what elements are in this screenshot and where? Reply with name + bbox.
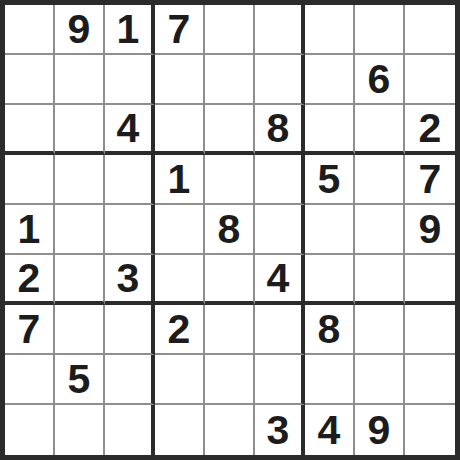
cell-r2c8[interactable]: 6 <box>355 55 405 105</box>
cell-r9c1[interactable] <box>5 405 55 455</box>
cell-r2c3[interactable] <box>105 55 155 105</box>
cell-r3c3[interactable]: 4 <box>105 105 155 155</box>
cell-r5c3[interactable] <box>105 205 155 255</box>
cell-r6c6[interactable]: 4 <box>255 255 305 305</box>
cell-r9c3[interactable] <box>105 405 155 455</box>
cell-r5c8[interactable] <box>355 205 405 255</box>
given-digit: 1 <box>168 159 191 200</box>
cell-r6c4[interactable] <box>155 255 205 305</box>
cell-r2c2[interactable] <box>55 55 105 105</box>
cell-r7c4[interactable]: 2 <box>155 305 205 355</box>
cell-r1c5[interactable] <box>205 5 255 55</box>
cell-r8c4[interactable] <box>155 355 205 405</box>
cell-r9c2[interactable] <box>55 405 105 455</box>
cell-r1c2[interactable]: 9 <box>55 5 105 55</box>
given-digit: 1 <box>18 209 41 250</box>
cell-r8c2[interactable]: 5 <box>55 355 105 405</box>
cell-r6c5[interactable] <box>205 255 255 305</box>
cell-r5c9[interactable]: 9 <box>405 205 455 255</box>
cell-r6c8[interactable] <box>355 255 405 305</box>
given-digit: 2 <box>168 309 191 350</box>
cell-r2c6[interactable] <box>255 55 305 105</box>
cell-r6c2[interactable] <box>55 255 105 305</box>
sudoku-board: 91764821571892347285349 <box>0 0 460 460</box>
cell-r4c6[interactable] <box>255 155 305 205</box>
cell-r8c6[interactable] <box>255 355 305 405</box>
cell-r3c7[interactable] <box>305 105 355 155</box>
given-digit: 2 <box>419 108 442 149</box>
cell-r4c8[interactable] <box>355 155 405 205</box>
cell-r7c9[interactable] <box>405 305 455 355</box>
cell-r7c3[interactable] <box>105 305 155 355</box>
given-digit: 7 <box>18 309 41 350</box>
given-digit: 5 <box>318 159 341 200</box>
given-digit: 5 <box>68 359 91 400</box>
cell-r3c8[interactable] <box>355 105 405 155</box>
given-digit: 9 <box>419 209 442 250</box>
given-digit: 6 <box>368 59 391 100</box>
given-digit: 8 <box>267 108 290 149</box>
cell-r1c6[interactable] <box>255 5 305 55</box>
given-digit: 8 <box>218 209 241 250</box>
cell-r5c4[interactable] <box>155 205 205 255</box>
cell-r7c5[interactable] <box>205 305 255 355</box>
cell-r6c1[interactable]: 2 <box>5 255 55 305</box>
given-digit: 2 <box>18 258 41 299</box>
cell-r6c3[interactable]: 3 <box>105 255 155 305</box>
given-digit: 7 <box>168 9 191 50</box>
cell-r8c3[interactable] <box>105 355 155 405</box>
cell-r4c9[interactable]: 7 <box>405 155 455 205</box>
cell-r7c8[interactable] <box>355 305 405 355</box>
given-digit: 4 <box>267 258 290 299</box>
cell-r4c2[interactable] <box>55 155 105 205</box>
cell-r1c3[interactable]: 1 <box>105 5 155 55</box>
given-digit: 8 <box>318 309 341 350</box>
cell-r1c1[interactable] <box>5 5 55 55</box>
cell-r9c8[interactable]: 9 <box>355 405 405 455</box>
cell-r2c9[interactable] <box>405 55 455 105</box>
cell-r9c6[interactable]: 3 <box>255 405 305 455</box>
cell-r3c2[interactable] <box>55 105 105 155</box>
given-digit: 7 <box>419 159 442 200</box>
cell-r2c7[interactable] <box>305 55 355 105</box>
given-digit: 1 <box>117 9 140 50</box>
given-digit: 3 <box>267 410 290 451</box>
cell-r6c9[interactable] <box>405 255 455 305</box>
cell-r5c7[interactable] <box>305 205 355 255</box>
cell-r6c7[interactable] <box>305 255 355 305</box>
given-digit: 9 <box>68 9 91 50</box>
cell-r1c7[interactable] <box>305 5 355 55</box>
cell-r7c1[interactable]: 7 <box>5 305 55 355</box>
cell-r3c6[interactable]: 8 <box>255 105 305 155</box>
cell-r3c9[interactable]: 2 <box>405 105 455 155</box>
given-digit: 4 <box>318 410 341 451</box>
cell-r4c5[interactable] <box>205 155 255 205</box>
cell-r9c4[interactable] <box>155 405 205 455</box>
cell-r4c1[interactable] <box>5 155 55 205</box>
cell-r4c4[interactable]: 1 <box>155 155 205 205</box>
given-digit: 3 <box>117 258 140 299</box>
given-digit: 9 <box>368 410 391 451</box>
cell-r7c6[interactable] <box>255 305 305 355</box>
cell-r1c8[interactable] <box>355 5 405 55</box>
cell-r5c5[interactable]: 8 <box>205 205 255 255</box>
cell-r7c2[interactable] <box>55 305 105 355</box>
cell-r5c6[interactable] <box>255 205 305 255</box>
cell-r2c1[interactable] <box>5 55 55 105</box>
cell-r8c9[interactable] <box>405 355 455 405</box>
cell-r2c5[interactable] <box>205 55 255 105</box>
cell-r4c3[interactable] <box>105 155 155 205</box>
cell-r5c2[interactable] <box>55 205 105 255</box>
cell-r9c9[interactable] <box>405 405 455 455</box>
cell-r3c4[interactable] <box>155 105 205 155</box>
cell-r1c4[interactable]: 7 <box>155 5 205 55</box>
cell-r9c7[interactable]: 4 <box>305 405 355 455</box>
given-digit: 4 <box>117 108 140 149</box>
cell-r8c8[interactable] <box>355 355 405 405</box>
cell-r7c7[interactable]: 8 <box>305 305 355 355</box>
cell-r3c1[interactable] <box>5 105 55 155</box>
cell-r5c1[interactable]: 1 <box>5 205 55 255</box>
cell-r8c1[interactable] <box>5 355 55 405</box>
cell-r8c7[interactable] <box>305 355 355 405</box>
cell-r8c5[interactable] <box>205 355 255 405</box>
cell-r3c5[interactable] <box>205 105 255 155</box>
cell-r2c4[interactable] <box>155 55 205 105</box>
cell-r9c5[interactable] <box>205 405 255 455</box>
cell-r1c9[interactable] <box>405 5 455 55</box>
cell-r4c7[interactable]: 5 <box>305 155 355 205</box>
